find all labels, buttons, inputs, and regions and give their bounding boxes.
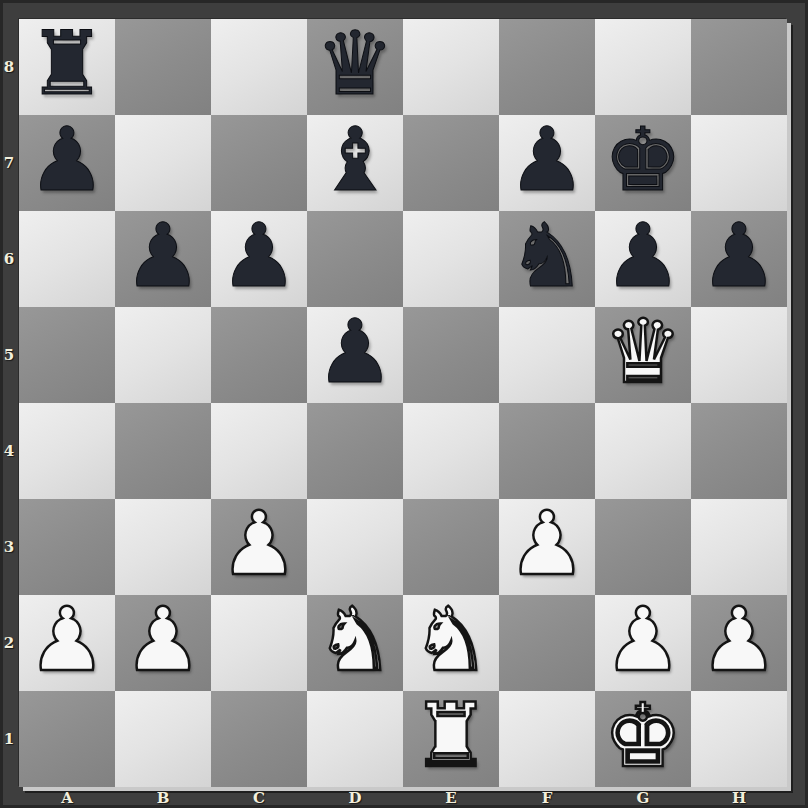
square-h1[interactable] — [691, 691, 787, 787]
black-rook: ♜ — [28, 20, 107, 108]
file-label-a: A — [19, 789, 115, 807]
square-b5[interactable] — [115, 307, 211, 403]
black-pawn: ♟ — [700, 212, 779, 300]
square-e3[interactable] — [403, 499, 499, 595]
rank-label-5: 5 — [0, 307, 18, 403]
file-label-f: F — [499, 789, 595, 807]
white-pawn: ♟ — [508, 500, 587, 588]
square-c7[interactable] — [211, 115, 307, 211]
square-g6[interactable]: ♟ — [595, 211, 691, 307]
square-e2[interactable]: ♞ — [403, 595, 499, 691]
black-bishop: ♝ — [316, 116, 395, 204]
file-label-c: C — [211, 789, 307, 807]
white-pawn: ♟ — [220, 500, 299, 588]
square-d7[interactable]: ♝ — [307, 115, 403, 211]
file-label-g: G — [595, 789, 691, 807]
square-b2[interactable]: ♟ — [115, 595, 211, 691]
rank-label-4: 4 — [0, 403, 18, 499]
square-a1[interactable] — [19, 691, 115, 787]
square-d4[interactable] — [307, 403, 403, 499]
square-c4[interactable] — [211, 403, 307, 499]
square-b3[interactable] — [115, 499, 211, 595]
white-pawn: ♟ — [28, 596, 107, 684]
chess-board: ♜♛♟♝♟♚♟♟♞♟♟♟♛♟♟♟♟♞♞♟♟♜♚ — [19, 19, 787, 787]
white-pawn: ♟ — [604, 596, 683, 684]
square-a5[interactable] — [19, 307, 115, 403]
white-knight: ♞ — [316, 596, 395, 684]
square-h7[interactable] — [691, 115, 787, 211]
square-c3[interactable]: ♟ — [211, 499, 307, 595]
white-pawn: ♟ — [124, 596, 203, 684]
square-g7[interactable]: ♚ — [595, 115, 691, 211]
black-pawn: ♟ — [604, 212, 683, 300]
square-g5[interactable]: ♛ — [595, 307, 691, 403]
black-pawn: ♟ — [220, 212, 299, 300]
black-pawn: ♟ — [28, 116, 107, 204]
black-queen: ♛ — [316, 20, 395, 108]
square-h3[interactable] — [691, 499, 787, 595]
square-c2[interactable] — [211, 595, 307, 691]
square-h6[interactable]: ♟ — [691, 211, 787, 307]
square-e6[interactable] — [403, 211, 499, 307]
rank-label-7: 7 — [0, 115, 18, 211]
square-a6[interactable] — [19, 211, 115, 307]
square-e1[interactable]: ♜ — [403, 691, 499, 787]
square-f1[interactable] — [499, 691, 595, 787]
white-king: ♚ — [604, 692, 683, 780]
file-label-h: H — [691, 789, 787, 807]
square-d6[interactable] — [307, 211, 403, 307]
square-c1[interactable] — [211, 691, 307, 787]
file-label-e: E — [403, 789, 499, 807]
black-pawn: ♟ — [316, 308, 395, 396]
rank-label-8: 8 — [0, 19, 18, 115]
square-c8[interactable] — [211, 19, 307, 115]
square-a3[interactable] — [19, 499, 115, 595]
square-b1[interactable] — [115, 691, 211, 787]
white-knight: ♞ — [412, 596, 491, 684]
black-pawn: ♟ — [508, 116, 587, 204]
square-h8[interactable] — [691, 19, 787, 115]
square-c5[interactable] — [211, 307, 307, 403]
square-h2[interactable]: ♟ — [691, 595, 787, 691]
white-pawn: ♟ — [700, 596, 779, 684]
square-f3[interactable]: ♟ — [499, 499, 595, 595]
square-g4[interactable] — [595, 403, 691, 499]
square-h5[interactable] — [691, 307, 787, 403]
square-f4[interactable] — [499, 403, 595, 499]
rank-label-6: 6 — [0, 211, 18, 307]
square-d5[interactable]: ♟ — [307, 307, 403, 403]
rank-label-3: 3 — [0, 499, 18, 595]
square-a8[interactable]: ♜ — [19, 19, 115, 115]
rank-label-2: 2 — [0, 595, 18, 691]
square-d1[interactable] — [307, 691, 403, 787]
square-a7[interactable]: ♟ — [19, 115, 115, 211]
white-rook: ♜ — [412, 692, 491, 780]
square-b7[interactable] — [115, 115, 211, 211]
square-f6[interactable]: ♞ — [499, 211, 595, 307]
square-b8[interactable] — [115, 19, 211, 115]
rank-label-1: 1 — [0, 691, 18, 787]
square-g8[interactable] — [595, 19, 691, 115]
square-d3[interactable] — [307, 499, 403, 595]
square-g2[interactable]: ♟ — [595, 595, 691, 691]
square-g3[interactable] — [595, 499, 691, 595]
square-h4[interactable] — [691, 403, 787, 499]
square-d8[interactable]: ♛ — [307, 19, 403, 115]
black-king: ♚ — [604, 116, 683, 204]
square-g1[interactable]: ♚ — [595, 691, 691, 787]
square-e7[interactable] — [403, 115, 499, 211]
square-d2[interactable]: ♞ — [307, 595, 403, 691]
black-pawn: ♟ — [124, 212, 203, 300]
black-knight: ♞ — [508, 212, 587, 300]
square-b6[interactable]: ♟ — [115, 211, 211, 307]
square-f5[interactable] — [499, 307, 595, 403]
square-a2[interactable]: ♟ — [19, 595, 115, 691]
white-queen: ♛ — [604, 308, 683, 396]
file-label-d: D — [307, 789, 403, 807]
square-f7[interactable]: ♟ — [499, 115, 595, 211]
chess-board-frame: ♜♛♟♝♟♚♟♟♞♟♟♟♛♟♟♟♟♞♞♟♟♜♚ 87654321 ABCDEFG… — [0, 0, 808, 808]
square-c6[interactable]: ♟ — [211, 211, 307, 307]
square-e5[interactable] — [403, 307, 499, 403]
square-f8[interactable] — [499, 19, 595, 115]
square-e4[interactable] — [403, 403, 499, 499]
square-b4[interactable] — [115, 403, 211, 499]
square-a4[interactable] — [19, 403, 115, 499]
square-e8[interactable] — [403, 19, 499, 115]
square-f2[interactable] — [499, 595, 595, 691]
file-label-b: B — [115, 789, 211, 807]
